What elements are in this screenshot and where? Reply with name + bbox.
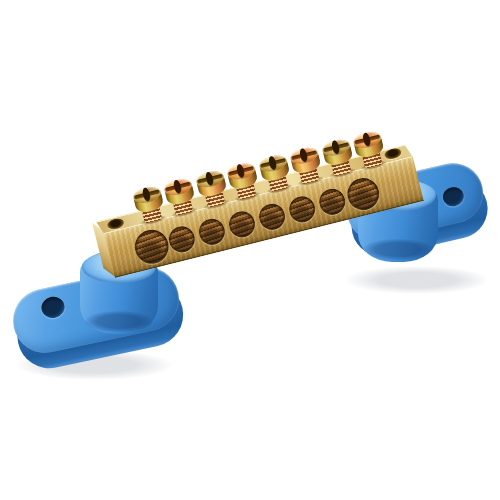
mounting-hole-left <box>40 295 67 320</box>
cast-shadow-right <box>346 266 488 294</box>
product-photo <box>0 0 500 500</box>
mounting-hole-right <box>441 185 466 208</box>
